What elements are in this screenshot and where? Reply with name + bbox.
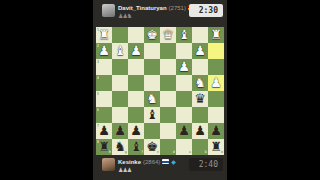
square-g1[interactable] [112, 27, 128, 43]
square-f1[interactable] [128, 27, 144, 43]
square-f4[interactable] [128, 75, 144, 91]
diamond-membership-icon: ◆ [171, 159, 176, 165]
piece-bP-b7[interactable]: ♟ [192, 123, 208, 139]
square-d6[interactable] [160, 107, 176, 123]
square-c8[interactable]: c [176, 139, 192, 155]
square-a7[interactable]: ♟ [208, 123, 224, 139]
piece-bP-a7[interactable]: ♟ [208, 123, 224, 139]
piece-bN-g8[interactable]: ♞ [112, 139, 128, 155]
square-e4[interactable] [144, 75, 160, 91]
square-e1[interactable]: ♚ [144, 27, 160, 43]
top-player-name[interactable]: Davit_Tinaturyan [118, 5, 167, 11]
bottom-captured-pieces: ♟♟♟ [118, 167, 189, 173]
square-f2[interactable]: ♟ [128, 43, 144, 59]
piece-bP-h7[interactable]: ♟ [96, 123, 112, 139]
square-b1[interactable] [192, 27, 208, 43]
square-b3[interactable] [192, 59, 208, 75]
top-player-avatar[interactable] [102, 4, 115, 17]
square-b5[interactable]: ♛ [192, 91, 208, 107]
square-e3[interactable] [144, 59, 160, 75]
square-e2[interactable] [144, 43, 160, 59]
square-c3[interactable]: ♟ [176, 59, 192, 75]
square-h1[interactable]: 1♜ [96, 27, 112, 43]
bottom-player-row: Kesinke (2864) ◆ ♟♟♟ 2:40 [102, 158, 223, 173]
bottom-player-rating: (2864) [143, 159, 160, 165]
piece-bP-g7[interactable]: ♟ [112, 123, 128, 139]
square-a1[interactable]: ♜ [208, 27, 224, 43]
square-c2[interactable] [176, 43, 192, 59]
square-b7[interactable]: ♟ [192, 123, 208, 139]
piece-wK-e1[interactable]: ♚ [144, 27, 160, 43]
square-f7[interactable]: ♟ [128, 123, 144, 139]
piece-wP-b2[interactable]: ♟ [192, 43, 208, 59]
bottom-clock: 2:40 [189, 158, 223, 171]
square-d7[interactable] [160, 123, 176, 139]
top-player-meta: Davit_Tinaturyan (2751) ★ ♟♟♞ [118, 4, 189, 19]
piece-wB-g2[interactable]: ♝ [112, 43, 128, 59]
bottom-player-avatar[interactable] [102, 158, 115, 171]
square-a3[interactable] [208, 59, 224, 75]
finland-flag-icon [162, 159, 169, 164]
square-d3[interactable] [160, 59, 176, 75]
piece-bR-a8[interactable]: ♜ [208, 139, 224, 155]
square-c5[interactable] [176, 91, 192, 107]
piece-bK-e8[interactable]: ♚ [144, 139, 160, 155]
square-a2[interactable] [208, 43, 224, 59]
top-clock: 2:30 [189, 4, 223, 17]
square-g3[interactable] [112, 59, 128, 75]
square-b4[interactable]: ♞ [192, 75, 208, 91]
square-d1[interactable]: ♛ [160, 27, 176, 43]
square-b2[interactable]: ♟ [192, 43, 208, 59]
rank-label-5: 5 [97, 92, 99, 96]
square-g7[interactable]: ♟ [112, 123, 128, 139]
square-a4[interactable]: ♟ [208, 75, 224, 91]
square-d2[interactable] [160, 43, 176, 59]
square-d4[interactable] [160, 75, 176, 91]
square-g4[interactable] [112, 75, 128, 91]
square-a6[interactable] [208, 107, 224, 123]
bottom-player-meta: Kesinke (2864) ◆ ♟♟♟ [118, 158, 189, 173]
piece-bR-h8[interactable]: ♜ [96, 139, 112, 155]
rank-label-3: 3 [97, 60, 99, 64]
square-e8[interactable]: e♚ [144, 139, 160, 155]
square-d8[interactable]: d [160, 139, 176, 155]
top-player-row: Davit_Tinaturyan (2751) ★ ♟♟♞ 2:30 [102, 4, 223, 19]
piece-bP-f7[interactable]: ♟ [128, 123, 144, 139]
rank-label-4: 4 [97, 76, 99, 80]
square-d5[interactable] [160, 91, 176, 107]
square-e6[interactable]: ♝ [144, 107, 160, 123]
square-g2[interactable]: ♝ [112, 43, 128, 59]
square-e5[interactable]: ♞ [144, 91, 160, 107]
square-a8[interactable]: a♜ [208, 139, 224, 155]
square-h6[interactable]: 6 [96, 107, 112, 123]
piece-wP-a4[interactable]: ♟ [208, 75, 224, 91]
square-g8[interactable]: g♞ [112, 139, 128, 155]
game-screen: Davit_Tinaturyan (2751) ★ ♟♟♞ 2:30 1♜♚♛♝… [93, 0, 227, 180]
bottom-player-name[interactable]: Kesinke [118, 159, 141, 165]
rank-label-6: 6 [97, 108, 99, 112]
piece-wB-c1[interactable]: ♝ [176, 27, 192, 43]
square-h8[interactable]: 8h♜ [96, 139, 112, 155]
chess-board[interactable]: 1♜♚♛♝♜2♟♝♟♟3♟4♞♟5♞♛6♝7♟♟♟♟♟♟8h♜g♞f♝e♚dcb… [96, 27, 224, 155]
piece-wN-e5[interactable]: ♞ [144, 91, 160, 107]
file-label-d: d [173, 150, 175, 154]
top-player-rating: (2751) [169, 5, 186, 11]
square-h5[interactable]: 5 [96, 91, 112, 107]
piece-bB-e6[interactable]: ♝ [144, 107, 160, 123]
square-b8[interactable]: b [192, 139, 208, 155]
piece-bQ-b5[interactable]: ♛ [192, 91, 208, 107]
square-g5[interactable] [112, 91, 128, 107]
square-f3[interactable] [128, 59, 144, 75]
piece-bB-f8[interactable]: ♝ [128, 139, 144, 155]
piece-wQ-d1[interactable]: ♛ [160, 27, 176, 43]
square-e7[interactable] [144, 123, 160, 139]
square-h4[interactable]: 4 [96, 75, 112, 91]
piece-wR-a1[interactable]: ♜ [208, 27, 224, 43]
piece-bP-c7[interactable]: ♟ [176, 123, 192, 139]
square-h3[interactable]: 3 [96, 59, 112, 75]
piece-wP-c3[interactable]: ♟ [176, 59, 192, 75]
square-a5[interactable] [208, 91, 224, 107]
top-captured-pieces: ♟♟♞ [118, 13, 189, 19]
square-h7[interactable]: 7♟ [96, 123, 112, 139]
square-c7[interactable]: ♟ [176, 123, 192, 139]
piece-wR-h1[interactable]: ♜ [96, 27, 112, 43]
square-f8[interactable]: f♝ [128, 139, 144, 155]
square-c6[interactable] [176, 107, 192, 123]
square-h2[interactable]: 2♟ [96, 43, 112, 59]
square-c4[interactable] [176, 75, 192, 91]
square-g6[interactable] [112, 107, 128, 123]
square-b6[interactable] [192, 107, 208, 123]
square-f5[interactable] [128, 91, 144, 107]
piece-wN-b4[interactable]: ♞ [192, 75, 208, 91]
square-c1[interactable]: ♝ [176, 27, 192, 43]
piece-wP-f2[interactable]: ♟ [128, 43, 144, 59]
square-f6[interactable] [128, 107, 144, 123]
file-label-c: c [189, 150, 191, 154]
piece-wP-h2[interactable]: ♟ [96, 43, 112, 59]
file-label-b: b [205, 150, 207, 154]
